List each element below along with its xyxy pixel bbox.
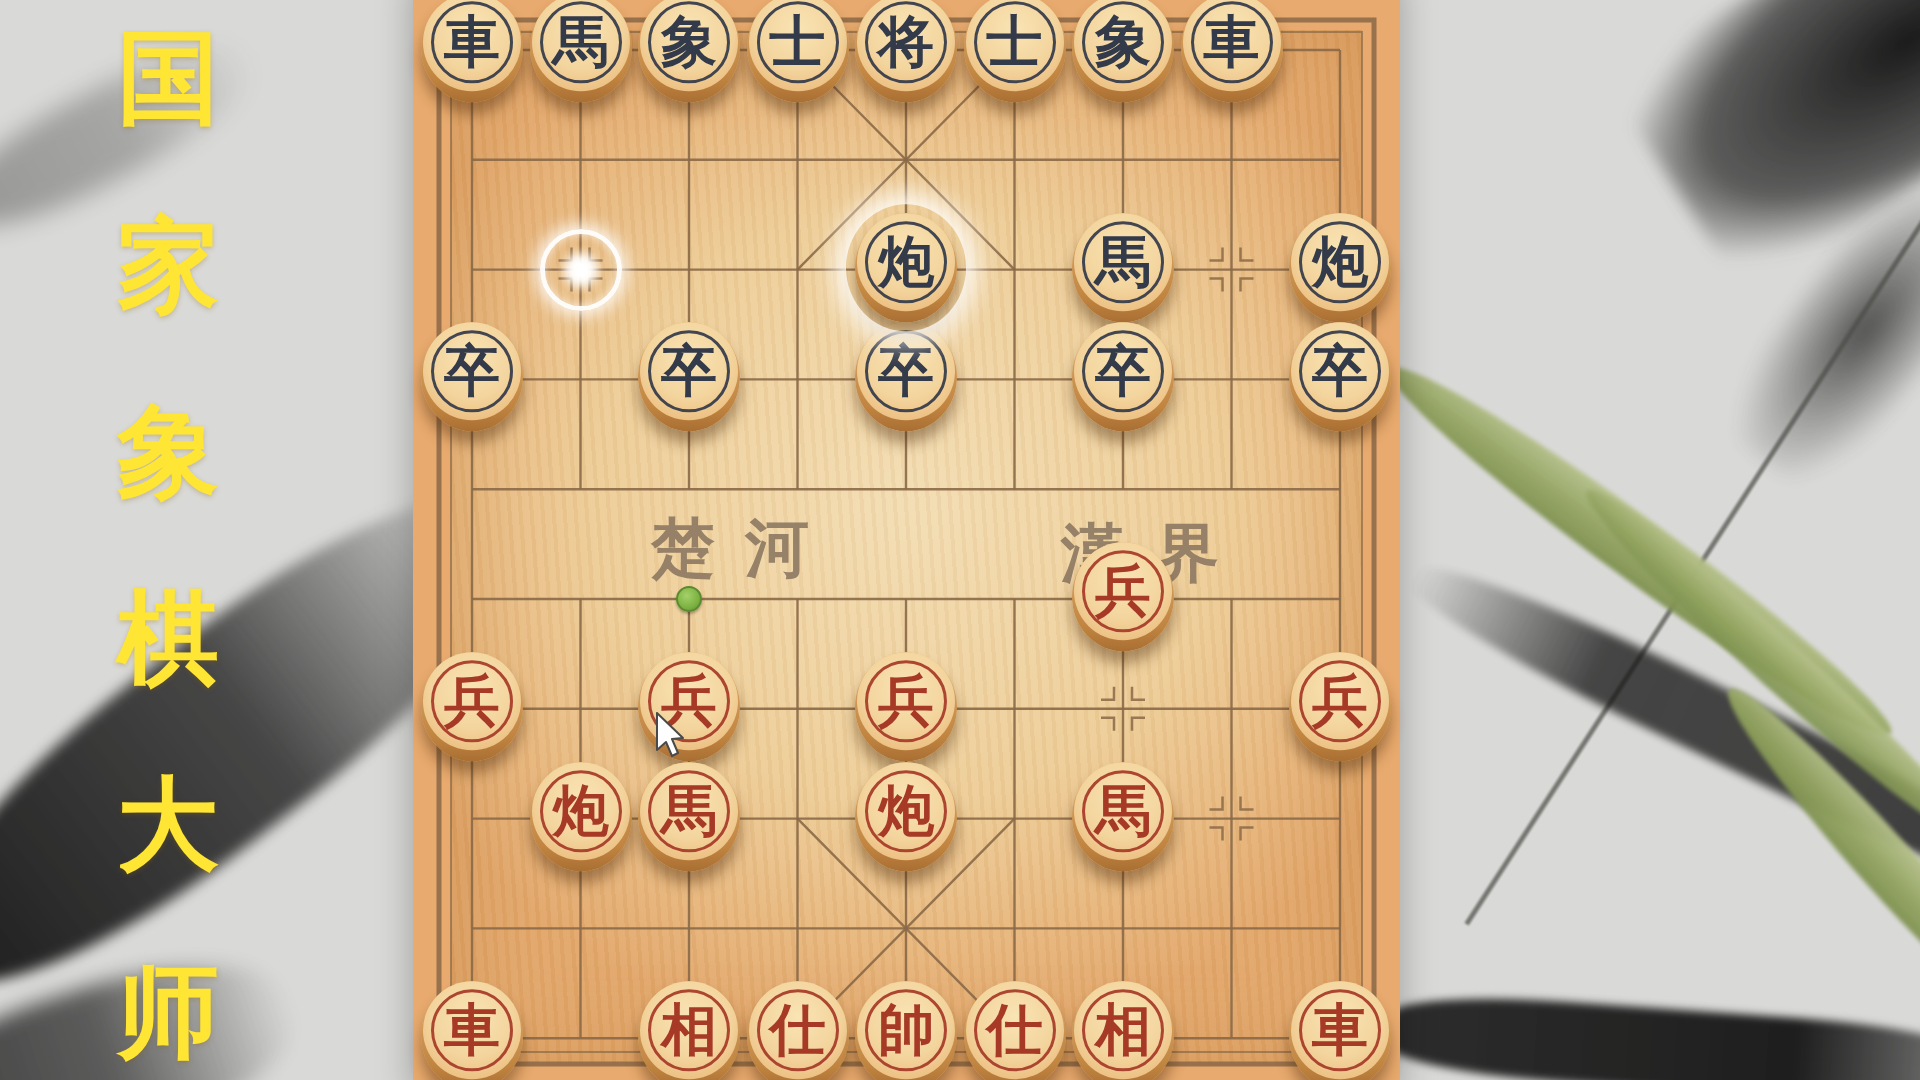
app-title-vertical: 国家象棋大师: [108, 26, 228, 1062]
piece-glyph: 相: [661, 1002, 717, 1058]
piece-face: 馬: [532, 0, 630, 91]
piece-face: 士: [749, 0, 847, 91]
piece-face: 馬: [1074, 762, 1172, 860]
piece-face: 兵: [423, 652, 521, 750]
board-grid: [413, 0, 1400, 1080]
piece-face: 兵: [1291, 652, 1389, 750]
piece-face: 炮: [857, 762, 955, 860]
piece-face: 相: [640, 982, 738, 1080]
title-char: 象: [117, 400, 219, 502]
piece-face: 仕: [749, 982, 847, 1080]
piece-glyph: 卒: [1095, 343, 1151, 399]
piece-glyph: 将: [878, 13, 934, 69]
piece-black-horse[interactable]: 馬: [1072, 213, 1174, 322]
piece-face: 車: [423, 982, 521, 1080]
piece-black-cannon[interactable]: 炮: [855, 213, 957, 322]
piece-face: 炮: [1291, 213, 1389, 311]
piece-black-soldier[interactable]: 卒: [421, 323, 523, 432]
piece-glyph: 馬: [553, 13, 609, 69]
piece-face: 兵: [1074, 542, 1172, 640]
piece-glyph: 車: [444, 13, 500, 69]
piece-red-horse[interactable]: 馬: [1072, 762, 1174, 871]
piece-glyph: 卒: [661, 343, 717, 399]
title-char: 师: [117, 960, 219, 1062]
piece-face: 卒: [1291, 323, 1389, 421]
piece-red-advisor[interactable]: 仕: [964, 982, 1066, 1080]
title-char: 大: [117, 773, 219, 875]
piece-face: 炮: [532, 762, 630, 860]
piece-glyph: 車: [444, 1002, 500, 1058]
piece-black-soldier[interactable]: 卒: [855, 323, 957, 432]
piece-glyph: 象: [1095, 13, 1151, 69]
piece-face: 仕: [966, 982, 1064, 1080]
piece-face: 馬: [1074, 213, 1172, 311]
piece-glyph: 士: [987, 13, 1043, 69]
piece-glyph: 仕: [770, 1002, 826, 1058]
piece-glyph: 兵: [444, 672, 500, 728]
river-label-chuhe: 楚河: [651, 505, 839, 592]
app-root: 国家象棋大师 楚河 漢界 車馬象士将士象車炮馬炮卒卒卒卒卒兵兵兵兵兵炮馬炮馬車相…: [0, 0, 1920, 1080]
piece-face: 象: [640, 0, 738, 91]
ink-stroke-bottom-right: [1388, 990, 1920, 1080]
piece-glyph: 馬: [661, 782, 717, 838]
piece-black-soldier[interactable]: 卒: [1289, 323, 1391, 432]
piece-glyph: 車: [1312, 1002, 1368, 1058]
piece-glyph: 炮: [878, 782, 934, 838]
piece-face: 炮: [857, 213, 955, 311]
bamboo-stalk: [1464, 134, 1920, 925]
piece-red-chariot[interactable]: 車: [421, 982, 523, 1080]
piece-glyph: 士: [770, 13, 826, 69]
piece-glyph: 馬: [1095, 782, 1151, 838]
piece-red-cannon[interactable]: 炮: [530, 762, 632, 871]
piece-face: 卒: [1074, 323, 1172, 421]
piece-glyph: 卒: [878, 343, 934, 399]
bamboo-leaf: [1371, 344, 1909, 759]
piece-face: 卒: [640, 323, 738, 421]
title-char: 家: [117, 213, 219, 315]
piece-red-elephant[interactable]: 相: [638, 982, 740, 1080]
title-char: 棋: [117, 586, 219, 688]
piece-red-soldier[interactable]: 兵: [421, 652, 523, 761]
piece-face: 相: [1074, 982, 1172, 1080]
piece-glyph: 車: [1204, 13, 1260, 69]
piece-red-advisor[interactable]: 仕: [747, 982, 849, 1080]
ink-stroke-right: [1399, 544, 1920, 905]
piece-face: 卒: [857, 323, 955, 421]
piece-glyph: 帥: [878, 1002, 934, 1058]
piece-glyph: 仕: [987, 1002, 1043, 1058]
piece-red-soldier[interactable]: 兵: [855, 652, 957, 761]
piece-red-general[interactable]: 帥: [855, 982, 957, 1080]
piece-face: 帥: [857, 982, 955, 1080]
piece-glyph: 炮: [553, 782, 609, 838]
piece-face: 士: [966, 0, 1064, 91]
piece-glyph: 兵: [1095, 562, 1151, 618]
move-hint-dot[interactable]: [676, 586, 702, 612]
piece-glyph: 卒: [444, 343, 500, 399]
ink-blob-top-right: [1609, 0, 1920, 295]
piece-black-soldier[interactable]: 卒: [1072, 323, 1174, 432]
piece-glyph: 炮: [878, 233, 934, 289]
piece-face: 卒: [423, 323, 521, 421]
piece-black-cannon[interactable]: 炮: [1289, 213, 1391, 322]
piece-red-cannon[interactable]: 炮: [855, 762, 957, 871]
piece-red-horse[interactable]: 馬: [638, 762, 740, 871]
last-move-origin-marker: [540, 229, 622, 311]
piece-glyph: 相: [1095, 1002, 1151, 1058]
xiangqi-board[interactable]: 楚河 漢界 車馬象士将士象車炮馬炮卒卒卒卒卒兵兵兵兵兵炮馬炮馬車相仕帥仕相車: [413, 0, 1400, 1080]
bamboo-leaf: [1570, 472, 1920, 857]
piece-red-soldier[interactable]: 兵: [1072, 542, 1174, 651]
piece-glyph: 炮: [1312, 233, 1368, 289]
piece-face: 象: [1074, 0, 1172, 91]
piece-red-soldier[interactable]: 兵: [1289, 652, 1391, 761]
piece-face: 車: [1183, 0, 1281, 91]
piece-glyph: 象: [661, 13, 717, 69]
piece-face: 車: [423, 0, 521, 91]
piece-red-elephant[interactable]: 相: [1072, 982, 1174, 1080]
bamboo-leaf: [1709, 671, 1920, 1065]
piece-glyph: 兵: [878, 672, 934, 728]
piece-face: 将: [857, 0, 955, 91]
piece-glyph: 馬: [1095, 233, 1151, 289]
mouse-cursor: [656, 712, 690, 758]
piece-black-soldier[interactable]: 卒: [638, 323, 740, 432]
piece-glyph: 兵: [1312, 672, 1368, 728]
ink-blob-top-right-2: [1708, 157, 1920, 503]
piece-red-chariot[interactable]: 車: [1289, 982, 1391, 1080]
piece-face: 兵: [857, 652, 955, 750]
piece-face: 車: [1291, 982, 1389, 1080]
title-char: 国: [117, 26, 219, 128]
piece-glyph: 卒: [1312, 343, 1368, 399]
piece-face: 馬: [640, 762, 738, 860]
